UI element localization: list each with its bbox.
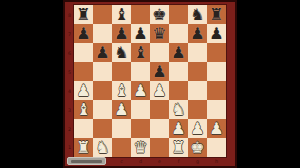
square-e7[interactable]: ♛	[150, 24, 169, 43]
square-h1[interactable]	[207, 138, 226, 157]
square-g1[interactable]: ♚	[188, 138, 207, 157]
black-bishop-c8: ♝	[112, 5, 131, 24]
rank-label-8: 8	[66, 7, 73, 22]
black-pawn-a7: ♟	[74, 24, 93, 43]
square-a6[interactable]	[74, 43, 93, 62]
file-label-e: e	[152, 158, 167, 165]
square-h5[interactable]	[207, 62, 226, 81]
white-queen-d1: ♛	[131, 138, 150, 157]
rank-label-6: 6	[66, 45, 73, 60]
square-e5[interactable]: ♟	[150, 62, 169, 81]
square-h8[interactable]: ♜	[207, 5, 226, 24]
screenshot-stage: 87654321 abcdefgh ♜♝♚♞♜♟♟♟♛♟♟♟♞♝♟♟♟♝♟♟♝♟…	[0, 0, 300, 168]
square-b1[interactable]: ♞	[93, 138, 112, 157]
black-king-e8: ♚	[150, 5, 169, 24]
square-c8[interactable]: ♝	[112, 5, 131, 24]
square-e1[interactable]	[150, 138, 169, 157]
square-b7[interactable]	[93, 24, 112, 43]
black-pawn-f6: ♟	[169, 43, 188, 62]
white-pawn-d4: ♟	[131, 81, 150, 100]
white-pawn-h2: ♟	[207, 119, 226, 138]
square-g6[interactable]	[188, 43, 207, 62]
black-rook-a8: ♜	[74, 5, 93, 24]
white-bishop-c4: ♝	[112, 81, 131, 100]
square-c4[interactable]: ♝	[112, 81, 131, 100]
square-c5[interactable]	[112, 62, 131, 81]
square-h3[interactable]	[207, 100, 226, 119]
file-label-f: f	[171, 158, 186, 165]
square-c3[interactable]: ♟	[112, 100, 131, 119]
square-h7[interactable]: ♟	[207, 24, 226, 43]
rank-label-7: 7	[66, 26, 73, 41]
black-pawn-d7: ♟	[131, 24, 150, 43]
chess-board-frame: 87654321 abcdefgh ♜♝♚♞♜♟♟♟♛♟♟♟♞♝♟♟♟♝♟♟♝♟…	[63, 0, 237, 168]
square-a5[interactable]	[74, 62, 93, 81]
black-queen-e7: ♛	[150, 24, 169, 43]
rank-label-2: 2	[66, 121, 73, 136]
white-bishop-a3: ♝	[74, 100, 93, 119]
square-h2[interactable]: ♟	[207, 119, 226, 138]
square-a2[interactable]	[74, 119, 93, 138]
square-d2[interactable]	[131, 119, 150, 138]
black-bishop-d6: ♝	[131, 43, 150, 62]
square-a8[interactable]: ♜	[74, 5, 93, 24]
square-f2[interactable]: ♟	[169, 119, 188, 138]
square-e2[interactable]	[150, 119, 169, 138]
white-pawn-g2: ♟	[188, 119, 207, 138]
square-g8[interactable]: ♞	[188, 5, 207, 24]
square-d4[interactable]: ♟	[131, 81, 150, 100]
square-f8[interactable]	[169, 5, 188, 24]
square-a3[interactable]: ♝	[74, 100, 93, 119]
white-pawn-e4: ♟	[150, 81, 169, 100]
file-label-h: h	[209, 158, 224, 165]
black-pawn-g7: ♟	[188, 24, 207, 43]
watermark-illegible-text	[71, 160, 102, 163]
file-label-d: d	[133, 158, 148, 165]
rank-label-5: 5	[66, 64, 73, 79]
rank-label-3: 3	[66, 102, 73, 117]
square-e3[interactable]	[150, 100, 169, 119]
square-e4[interactable]: ♟	[150, 81, 169, 100]
square-b5[interactable]	[93, 62, 112, 81]
square-d3[interactable]	[131, 100, 150, 119]
square-a7[interactable]: ♟	[74, 24, 93, 43]
black-rook-h8: ♜	[207, 5, 226, 24]
square-f5[interactable]	[169, 62, 188, 81]
file-label-c: c	[114, 158, 129, 165]
square-f1[interactable]: ♜	[169, 138, 188, 157]
square-b8[interactable]	[93, 5, 112, 24]
square-a4[interactable]: ♟	[74, 81, 93, 100]
square-c7[interactable]: ♟	[112, 24, 131, 43]
white-pawn-c3: ♟	[112, 100, 131, 119]
black-pawn-h7: ♟	[207, 24, 226, 43]
square-d6[interactable]: ♝	[131, 43, 150, 62]
square-g4[interactable]	[188, 81, 207, 100]
white-rook-f1: ♜	[169, 138, 188, 157]
black-pawn-b6: ♟	[93, 43, 112, 62]
square-f4[interactable]	[169, 81, 188, 100]
board-squares: ♜♝♚♞♜♟♟♟♛♟♟♟♞♝♟♟♟♝♟♟♝♟♞♟♟♟♜♞♛♜♚	[74, 5, 226, 157]
black-knight-c6: ♞	[112, 43, 131, 62]
square-c2[interactable]	[112, 119, 131, 138]
square-b2[interactable]	[93, 119, 112, 138]
square-b6[interactable]: ♟	[93, 43, 112, 62]
white-knight-f3: ♞	[169, 100, 188, 119]
square-d5[interactable]	[131, 62, 150, 81]
square-g3[interactable]	[188, 100, 207, 119]
square-e6[interactable]	[150, 43, 169, 62]
square-d1[interactable]: ♛	[131, 138, 150, 157]
black-pawn-e5: ♟	[150, 62, 169, 81]
rank-labels: 87654321	[65, 5, 74, 157]
watermark-label	[67, 157, 106, 165]
white-pawn-f2: ♟	[169, 119, 188, 138]
square-h6[interactable]	[207, 43, 226, 62]
square-c6[interactable]: ♞	[112, 43, 131, 62]
square-b3[interactable]	[93, 100, 112, 119]
square-h4[interactable]	[207, 81, 226, 100]
square-g7[interactable]: ♟	[188, 24, 207, 43]
rank-label-1: 1	[66, 140, 73, 155]
white-rook-a1: ♜	[74, 138, 93, 157]
square-a1[interactable]: ♜	[74, 138, 93, 157]
white-pawn-a4: ♟	[74, 81, 93, 100]
black-pawn-c7: ♟	[112, 24, 131, 43]
square-d7[interactable]: ♟	[131, 24, 150, 43]
square-f7[interactable]	[169, 24, 188, 43]
rank-label-4: 4	[66, 83, 73, 98]
square-c1[interactable]	[112, 138, 131, 157]
square-g2[interactable]: ♟	[188, 119, 207, 138]
square-f6[interactable]: ♟	[169, 43, 188, 62]
white-knight-b1: ♞	[93, 138, 112, 157]
square-d8[interactable]	[131, 5, 150, 24]
white-king-g1: ♚	[188, 138, 207, 157]
square-g5[interactable]	[188, 62, 207, 81]
black-knight-g8: ♞	[188, 5, 207, 24]
square-b4[interactable]	[93, 81, 112, 100]
square-f3[interactable]: ♞	[169, 100, 188, 119]
file-label-g: g	[190, 158, 205, 165]
square-e8[interactable]: ♚	[150, 5, 169, 24]
